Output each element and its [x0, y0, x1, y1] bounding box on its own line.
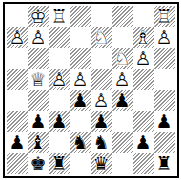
square-e4[interactable]: ♟♙: [70, 69, 91, 90]
square-h3[interactable]: [7, 48, 28, 69]
white-pawn-icon: ♟♙: [49, 69, 70, 90]
square-d2[interactable]: ♞♘: [91, 27, 112, 48]
square-h7[interactable]: ♟: [7, 132, 28, 153]
square-e2[interactable]: [70, 27, 91, 48]
white-pawn-icon: ♟♙: [7, 27, 28, 48]
square-c8[interactable]: [112, 153, 133, 174]
black-queen-icon: ♛: [91, 153, 112, 174]
square-c7[interactable]: [112, 132, 133, 153]
square-f7[interactable]: [49, 132, 70, 153]
black-king-icon: ♚: [28, 153, 49, 174]
square-h1[interactable]: [7, 6, 28, 27]
square-a6[interactable]: ♟: [154, 111, 175, 132]
square-g8[interactable]: ♚: [28, 153, 49, 174]
square-d5[interactable]: ♟♙: [91, 90, 112, 111]
square-b3[interactable]: ♟♙: [133, 48, 154, 69]
board-frame: ♚♔♜♖♜♖♟♙♟♙♞♘♝♗♟♙♞♘♟♙♛♕♟♙♟♙♟♙♟♟♙♟♟♟♟♟♟♝♞♞…: [3, 2, 179, 178]
white-queen-icon: ♛♕: [28, 69, 49, 90]
square-h5[interactable]: [7, 90, 28, 111]
square-e3[interactable]: [70, 48, 91, 69]
square-e7[interactable]: ♞: [70, 132, 91, 153]
white-pawn-icon: ♟♙: [70, 69, 91, 90]
square-b1[interactable]: [133, 6, 154, 27]
white-knight-icon: ♞♘: [91, 27, 112, 48]
square-b8[interactable]: [133, 153, 154, 174]
white-pawn-icon: ♟♙: [91, 90, 112, 111]
square-d7[interactable]: ♞: [91, 132, 112, 153]
black-pawn-icon: ♟: [49, 111, 70, 132]
square-a7[interactable]: [154, 132, 175, 153]
square-e1[interactable]: [70, 6, 91, 27]
square-g3[interactable]: [28, 48, 49, 69]
square-d4[interactable]: [91, 69, 112, 90]
square-e5[interactable]: ♟: [70, 90, 91, 111]
square-g2[interactable]: ♟♙: [28, 27, 49, 48]
square-a3[interactable]: [154, 48, 175, 69]
square-d6[interactable]: ♟: [91, 111, 112, 132]
black-pawn-icon: ♟: [112, 90, 133, 111]
square-e6[interactable]: [70, 111, 91, 132]
square-b5[interactable]: [133, 90, 154, 111]
black-pawn-icon: ♟: [133, 132, 154, 153]
square-f4[interactable]: ♟♙: [49, 69, 70, 90]
square-c6[interactable]: [112, 111, 133, 132]
white-pawn-icon: ♟♙: [28, 27, 49, 48]
square-a5[interactable]: [154, 90, 175, 111]
square-c4[interactable]: ♟♙: [112, 69, 133, 90]
square-f5[interactable]: [49, 90, 70, 111]
black-knight-icon: ♞: [70, 132, 91, 153]
square-a1[interactable]: ♜♖: [154, 6, 175, 27]
square-f2[interactable]: [49, 27, 70, 48]
square-a2[interactable]: ♟♙: [154, 27, 175, 48]
square-c5[interactable]: ♟: [112, 90, 133, 111]
black-pawn-icon: ♟: [91, 111, 112, 132]
white-bishop-icon: ♝♗: [133, 27, 154, 48]
black-pawn-icon: ♟: [70, 90, 91, 111]
square-h8[interactable]: [7, 153, 28, 174]
square-h6[interactable]: [7, 111, 28, 132]
black-pawn-icon: ♟: [154, 111, 175, 132]
chess-diagram: ♚♔♜♖♜♖♟♙♟♙♞♘♝♗♟♙♞♘♟♙♛♕♟♙♟♙♟♙♟♟♙♟♟♟♟♟♟♝♞♞…: [0, 0, 181, 180]
black-pawn-icon: ♟: [7, 132, 28, 153]
square-g6[interactable]: ♟: [28, 111, 49, 132]
square-d8[interactable]: ♛: [91, 153, 112, 174]
square-g4[interactable]: ♛♕: [28, 69, 49, 90]
square-g1[interactable]: ♚♔: [28, 6, 49, 27]
square-h2[interactable]: ♟♙: [7, 27, 28, 48]
white-knight-icon: ♞♘: [112, 48, 133, 69]
black-pawn-icon: ♟: [28, 111, 49, 132]
white-pawn-icon: ♟♙: [154, 27, 175, 48]
square-a8[interactable]: ♜: [154, 153, 175, 174]
black-rook-icon: ♜: [49, 153, 70, 174]
black-knight-icon: ♞: [91, 132, 112, 153]
white-rook-icon: ♜♖: [154, 6, 175, 27]
white-pawn-icon: ♟♙: [133, 48, 154, 69]
chess-board: ♚♔♜♖♜♖♟♙♟♙♞♘♝♗♟♙♞♘♟♙♛♕♟♙♟♙♟♙♟♟♙♟♟♟♟♟♟♝♞♞…: [7, 6, 175, 174]
square-b7[interactable]: ♟: [133, 132, 154, 153]
square-d3[interactable]: [91, 48, 112, 69]
square-b6[interactable]: [133, 111, 154, 132]
square-f6[interactable]: ♟: [49, 111, 70, 132]
square-c2[interactable]: [112, 27, 133, 48]
black-rook-icon: ♜: [154, 153, 175, 174]
black-bishop-icon: ♝: [28, 132, 49, 153]
square-c3[interactable]: ♞♘: [112, 48, 133, 69]
white-king-icon: ♚♔: [28, 6, 49, 27]
square-c1[interactable]: [112, 6, 133, 27]
square-a4[interactable]: [154, 69, 175, 90]
white-rook-icon: ♜♖: [49, 6, 70, 27]
white-pawn-icon: ♟♙: [112, 69, 133, 90]
square-f1[interactable]: ♜♖: [49, 6, 70, 27]
square-f3[interactable]: [49, 48, 70, 69]
square-d1[interactable]: [91, 6, 112, 27]
square-b4[interactable]: [133, 69, 154, 90]
square-g5[interactable]: [28, 90, 49, 111]
square-f8[interactable]: ♜: [49, 153, 70, 174]
square-e8[interactable]: [70, 153, 91, 174]
square-g7[interactable]: ♝: [28, 132, 49, 153]
square-b2[interactable]: ♝♗: [133, 27, 154, 48]
square-h4[interactable]: [7, 69, 28, 90]
